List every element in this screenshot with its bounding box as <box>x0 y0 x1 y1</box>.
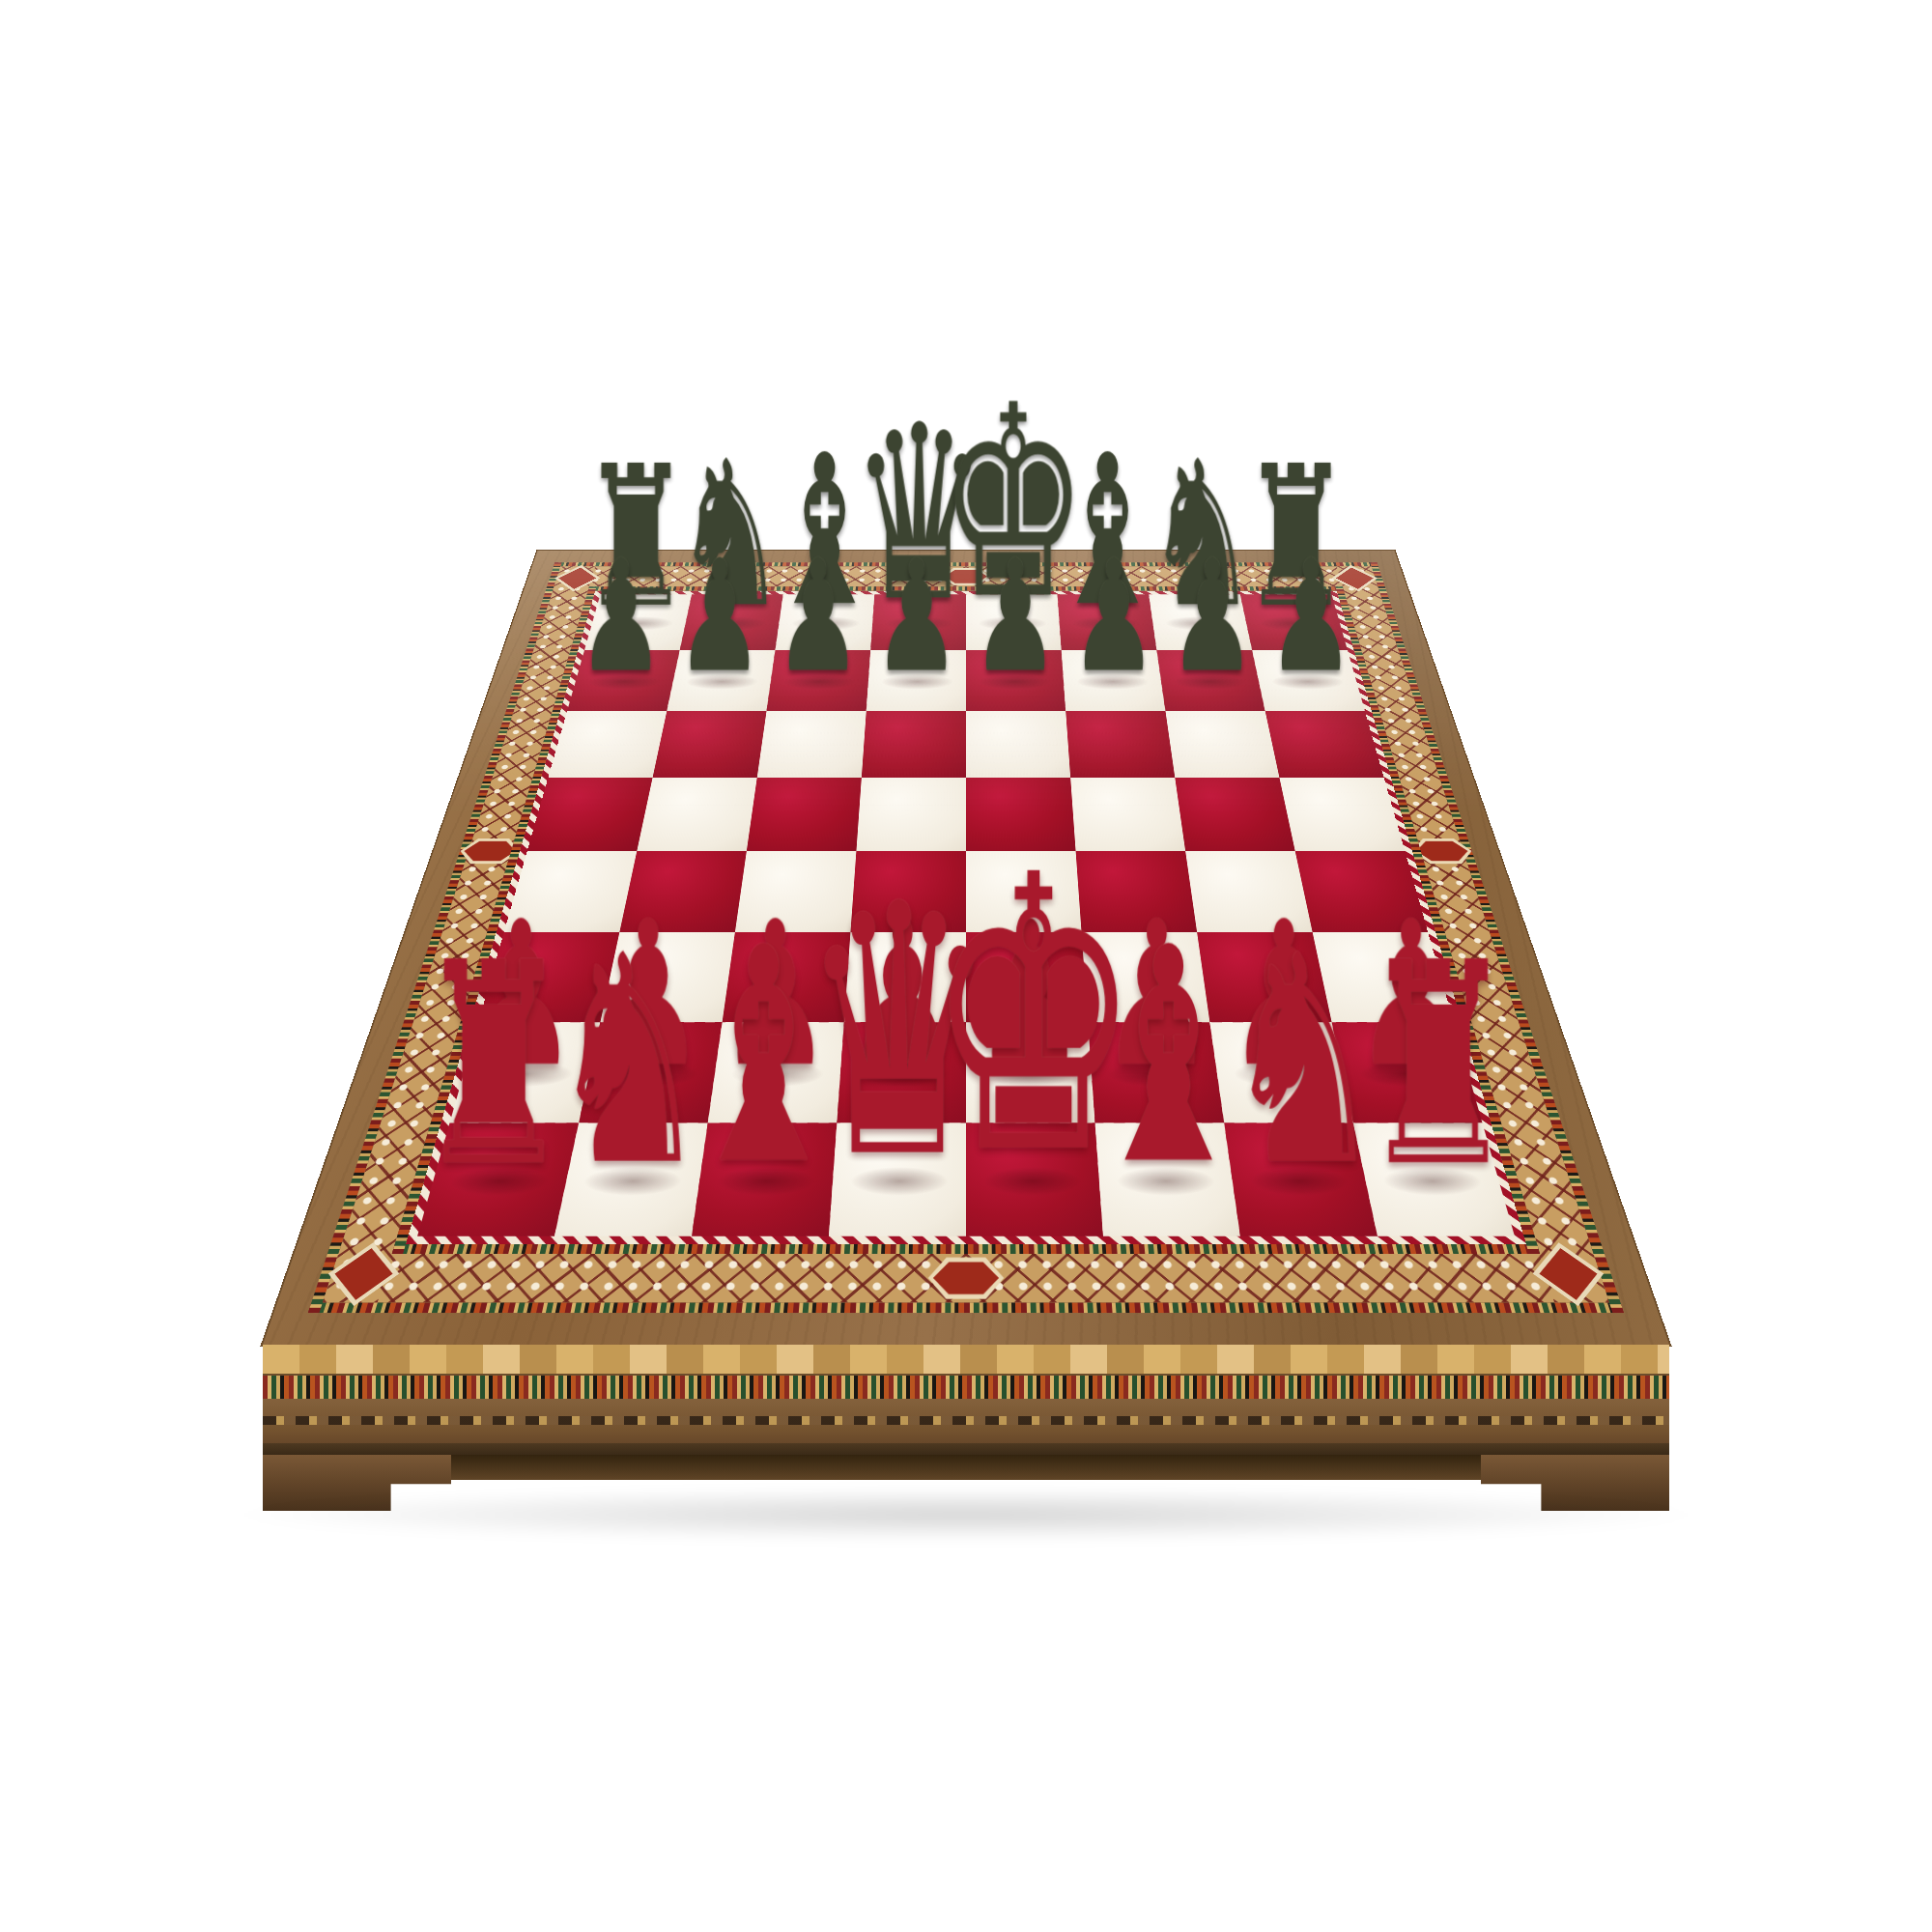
square-d6 <box>862 711 966 778</box>
piece-black-pawn: ♟ <box>1169 540 1256 695</box>
square-e7: ♟ <box>966 650 1065 711</box>
square-b5 <box>637 778 756 851</box>
square-b7: ♟ <box>667 650 775 711</box>
piece-black-pawn: ♟ <box>676 540 763 695</box>
piece-black-pawn: ♟ <box>972 540 1059 695</box>
square-a6 <box>548 711 667 778</box>
checker-field-frame: ♜♞♝♛♚♝♞♜♟♟♟♟♟♟♟♟♟♟♟♟♟♟♟♟♜♞♝♛♚♝♞♜ <box>406 591 1526 1244</box>
square-g7: ♟ <box>1156 650 1264 711</box>
square-f7: ♟ <box>1062 650 1166 711</box>
piece-black-pawn: ♟ <box>873 540 960 695</box>
plinth-recess <box>446 1455 1486 1480</box>
mosaic-medallion-bottom <box>923 1256 1009 1301</box>
inlay-stripe-border-bottom <box>308 1302 1624 1313</box>
square-g6 <box>1165 711 1279 778</box>
square-g1: ♞ <box>1224 1122 1378 1236</box>
square-b6 <box>653 711 767 778</box>
front-edge-shadow-line <box>263 1443 1669 1455</box>
product-photo-background: ♜♞♝♛♚♝♞♜♟♟♟♟♟♟♟♟♟♟♟♟♟♟♟♟♜♞♝♛♚♝♞♜ <box>0 0 1932 1932</box>
table-shadow <box>222 1488 1710 1542</box>
front-edge-key-inlay <box>263 1345 1669 1376</box>
playing-area: ♜♞♝♛♚♝♞♜♟♟♟♟♟♟♟♟♟♟♟♟♟♟♟♟♜♞♝♛♚♝♞♜ <box>417 594 1515 1236</box>
inner-stripe-border-bottom <box>392 1244 1540 1254</box>
square-c6 <box>757 711 867 778</box>
square-f6 <box>1065 711 1175 778</box>
square-g5 <box>1175 778 1294 851</box>
piece-white-rook: ♜ <box>1360 926 1518 1206</box>
square-h6 <box>1265 711 1384 778</box>
piece-black-pawn: ♟ <box>775 540 862 695</box>
board-front-edge <box>263 1345 1669 1455</box>
board-scene: ♜♞♝♛♚♝♞♜♟♟♟♟♟♟♟♟♟♟♟♟♟♟♟♟♜♞♝♛♚♝♞♜ <box>0 0 1932 1932</box>
front-edge-dash-inlay <box>263 1416 1669 1425</box>
square-a5 <box>527 778 653 851</box>
square-e6 <box>966 711 1070 778</box>
square-e1: ♚ <box>966 1122 1103 1236</box>
square-c7: ♟ <box>767 650 871 711</box>
front-edge-stripe-inlay <box>263 1376 1669 1399</box>
square-a7: ♟ <box>567 650 680 711</box>
square-d7: ♟ <box>867 650 966 711</box>
square-f1: ♝ <box>1095 1122 1240 1236</box>
square-h1: ♜ <box>1353 1122 1515 1236</box>
piece-black-pawn: ♟ <box>1267 540 1354 695</box>
square-h7: ♟ <box>1252 650 1365 711</box>
piece-black-pawn: ♟ <box>1070 540 1157 695</box>
square-h5 <box>1279 778 1405 851</box>
chessboard: ♜♞♝♛♚♝♞♜♟♟♟♟♟♟♟♟♟♟♟♟♟♟♟♟♜♞♝♛♚♝♞♜ <box>263 551 1669 1345</box>
piece-black-pawn: ♟ <box>578 540 665 695</box>
